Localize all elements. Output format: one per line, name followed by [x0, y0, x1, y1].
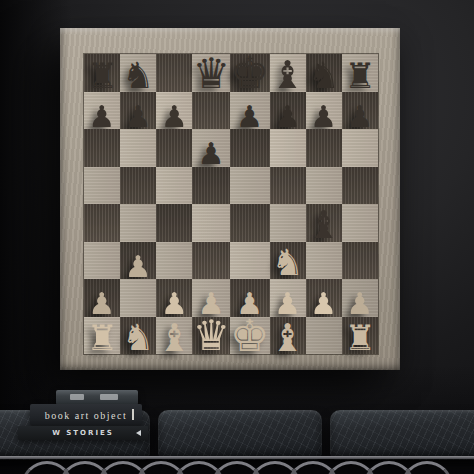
square-c6: [156, 129, 192, 167]
square-g6: [306, 129, 342, 167]
square-g8: ♞: [306, 54, 342, 92]
piece-black-king-e8: ♚: [230, 54, 269, 91]
piece-white-pawn-g2: ♟: [310, 291, 337, 317]
piece-black-pawn-g7: ♟: [310, 104, 337, 130]
piece-white-knight-f3: ♞: [271, 248, 303, 279]
square-f2: ♟: [270, 279, 306, 317]
square-g4: ♝: [306, 204, 342, 242]
bench-metal-arches: [0, 458, 474, 474]
square-c5: [156, 167, 192, 205]
square-c4: [156, 204, 192, 242]
piece-black-pawn-a7: ♟: [89, 104, 116, 130]
square-e6: [230, 129, 269, 167]
square-e4: [230, 204, 269, 242]
piece-white-rook-h1: ♜: [344, 324, 375, 354]
square-c7: ♟: [156, 92, 192, 130]
square-h1: ♜: [342, 317, 378, 355]
piece-white-queen-d1: ♛: [192, 318, 230, 354]
square-h3: [342, 242, 378, 280]
square-c2: ♟: [156, 279, 192, 317]
square-h8: ♜: [342, 54, 378, 92]
square-a5: [84, 167, 120, 205]
square-h4: [342, 204, 378, 242]
square-e5: [230, 167, 269, 205]
book-stack: book art object W STORIES: [18, 390, 150, 442]
square-e7: ♟: [230, 92, 269, 130]
square-d3: [192, 242, 230, 280]
piece-white-rook-a1: ♜: [86, 324, 117, 354]
square-h7: ♟: [342, 92, 378, 130]
piece-white-king-e1: ♚: [230, 317, 269, 354]
piece-white-knight-b1: ♞: [122, 323, 154, 354]
piece-black-pawn-c7: ♟: [161, 104, 188, 130]
square-e1: ♚: [230, 317, 269, 355]
square-g5: [306, 167, 342, 205]
piece-black-knight-g8: ♞: [308, 61, 340, 92]
piece-white-pawn-f2: ♟: [274, 291, 301, 317]
square-h5: [342, 167, 378, 205]
square-h2: ♟: [342, 279, 378, 317]
piece-black-queen-d8: ♛: [192, 56, 230, 92]
bench-arch: [401, 461, 453, 474]
square-b4: [120, 204, 156, 242]
square-b2: [120, 279, 156, 317]
piece-black-knight-b8: ♞: [122, 61, 154, 92]
square-g2: ♟: [306, 279, 342, 317]
square-g7: ♟: [306, 92, 342, 130]
square-f3: ♞: [270, 242, 306, 280]
book-title: book art object: [45, 410, 127, 421]
square-b5: [120, 167, 156, 205]
piece-black-pawn-f7: ♟: [274, 104, 301, 130]
piece-black-bishop-g4: ♝: [307, 209, 341, 241]
square-a2: ♟: [84, 279, 120, 317]
square-f8: ♝: [270, 54, 306, 92]
square-a8: ♜: [84, 54, 120, 92]
square-e8: ♚: [230, 54, 269, 92]
square-a6: [84, 129, 120, 167]
square-c3: [156, 242, 192, 280]
piece-black-pawn-h7: ♟: [346, 104, 373, 130]
piece-black-rook-a8: ♜: [86, 62, 117, 92]
square-b8: ♞: [120, 54, 156, 92]
piece-black-pawn-d6: ♟: [198, 141, 225, 167]
square-d5: [192, 167, 230, 205]
square-f7: ♟: [270, 92, 306, 130]
book-spine-arrow-icon: [136, 430, 141, 436]
square-b3: ♟: [120, 242, 156, 280]
book-spine-bottom: W STORIES: [18, 426, 148, 440]
piece-white-pawn-a2: ♟: [89, 291, 116, 317]
square-f4: [270, 204, 306, 242]
square-d6: ♟: [192, 129, 230, 167]
square-a4: [84, 204, 120, 242]
square-f5: [270, 167, 306, 205]
square-a7: ♟: [84, 92, 120, 130]
chess-wall-art-frame: ♜♞♛♚♝♞♜♟♟♟♟♟♟♟♟♝♟♞♟♟♟♟♟♟♟♜♞♝♛♚♝♜: [60, 28, 400, 370]
square-g3: [306, 242, 342, 280]
square-d1: ♛: [192, 317, 230, 355]
piece-black-pawn-b7: ♟: [125, 104, 152, 130]
piece-black-rook-h8: ♜: [344, 62, 375, 92]
piece-white-pawn-h2: ♟: [346, 291, 373, 317]
book-spine-middle: book art object: [30, 404, 142, 426]
piece-black-bishop-f8: ♝: [271, 59, 305, 91]
square-e3: [230, 242, 269, 280]
piece-white-pawn-b3: ♟: [125, 254, 152, 280]
piece-white-bishop-c1: ♝: [157, 322, 191, 354]
square-b6: [120, 129, 156, 167]
piece-white-pawn-c2: ♟: [161, 291, 188, 317]
piece-black-pawn-e7: ♟: [236, 104, 263, 130]
bench-cushion-right: [330, 410, 474, 460]
bench-cushion-middle: [158, 410, 322, 460]
square-c8: [156, 54, 192, 92]
book-spine-top: [56, 390, 138, 405]
square-a3: [84, 242, 120, 280]
piece-white-bishop-f1: ♝: [271, 322, 305, 354]
square-b7: ♟: [120, 92, 156, 130]
book-title: W STORIES: [52, 429, 114, 437]
square-d8: ♛: [192, 54, 230, 92]
square-f6: [270, 129, 306, 167]
square-h6: [342, 129, 378, 167]
square-b1: ♞: [120, 317, 156, 355]
square-d4: [192, 204, 230, 242]
square-f1: ♝: [270, 317, 306, 355]
book-spine-mark-icon: [132, 409, 134, 420]
square-c1: ♝: [156, 317, 192, 355]
square-a1: ♜: [84, 317, 120, 355]
square-g1: [306, 317, 342, 355]
chess-board: ♜♞♛♚♝♞♜♟♟♟♟♟♟♟♟♝♟♞♟♟♟♟♟♟♟♜♞♝♛♚♝♜: [84, 54, 378, 354]
square-d7: [192, 92, 230, 130]
